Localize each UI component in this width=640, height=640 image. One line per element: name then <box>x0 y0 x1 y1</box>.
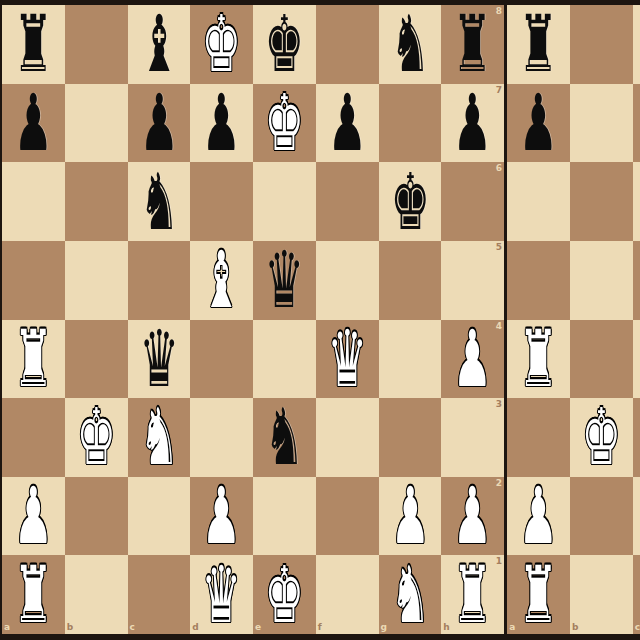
square-g3 <box>379 398 442 477</box>
square-a1: ♜a <box>507 555 570 634</box>
file-label-a: a <box>509 623 515 632</box>
square-e7: ♚ <box>253 84 316 163</box>
square-d2: ♟ <box>190 477 253 556</box>
piece-white-queen: ♛ <box>202 551 242 638</box>
file-label-h: h <box>443 623 449 632</box>
file-label-e: e <box>255 623 261 632</box>
square-a2: ♟ <box>2 477 65 556</box>
file-label-b: b <box>572 623 578 632</box>
square-c7: ♟ <box>633 84 640 163</box>
file-label-b: b <box>67 623 73 632</box>
square-a6 <box>507 162 570 241</box>
piece-black-king: ♚ <box>390 158 430 245</box>
piece-black-pawn: ♟ <box>139 79 179 166</box>
piece-black-queen: ♛ <box>139 315 179 402</box>
piece-white-pawn: ♟ <box>202 472 242 559</box>
square-b5 <box>570 241 633 320</box>
rank-label-8: 8 <box>496 7 502 16</box>
piece-black-knight: ♞ <box>265 394 305 481</box>
piece-white-rook: ♜ <box>14 551 54 638</box>
square-c8: ♝ <box>633 5 640 84</box>
rank-label-4: 4 <box>496 322 502 331</box>
square-c1: c <box>633 555 640 634</box>
square-a6 <box>2 162 65 241</box>
piece-white-pawn: ♟ <box>519 472 559 559</box>
rank-label-1: 1 <box>496 557 502 566</box>
square-e4 <box>253 320 316 399</box>
piece-black-rook: ♜ <box>453 0 493 87</box>
file-label-a: a <box>4 623 10 632</box>
square-f6 <box>316 162 379 241</box>
square-c2 <box>128 477 191 556</box>
piece-black-pawn: ♟ <box>327 79 367 166</box>
square-e6 <box>253 162 316 241</box>
piece-white-king: ♚ <box>76 394 116 481</box>
square-h6: 6 <box>441 162 504 241</box>
square-c7: ♟ <box>128 84 191 163</box>
square-b7 <box>65 84 128 163</box>
square-a5 <box>2 241 65 320</box>
piece-white-knight: ♞ <box>139 394 179 481</box>
piece-black-knight: ♞ <box>139 158 179 245</box>
square-g8: ♞ <box>379 5 442 84</box>
square-b8 <box>65 5 128 84</box>
square-e1: ♚e <box>253 555 316 634</box>
square-c2 <box>633 477 640 556</box>
board-comparison: ♜♝♚♚♞♜8♟♟♟♚♟♟7♞♚6♝♛5♜♛♛♟4♚♞♞3♟♟♟♟2♜abc♛d… <box>0 0 640 640</box>
square-f4: ♛ <box>316 320 379 399</box>
piece-black-queen: ♛ <box>265 236 305 323</box>
piece-white-pawn: ♟ <box>390 472 430 559</box>
square-c8: ♝ <box>128 5 191 84</box>
rank-label-3: 3 <box>496 400 502 409</box>
piece-white-rook: ♜ <box>453 551 493 638</box>
square-a7: ♟ <box>2 84 65 163</box>
square-c5 <box>128 241 191 320</box>
square-a3 <box>2 398 65 477</box>
square-f7: ♟ <box>316 84 379 163</box>
file-label-d: d <box>192 623 198 632</box>
square-d6 <box>190 162 253 241</box>
piece-white-king: ♚ <box>582 394 622 481</box>
square-d3 <box>190 398 253 477</box>
piece-black-pawn: ♟ <box>453 79 493 166</box>
square-b3: ♚ <box>65 398 128 477</box>
piece-black-rook: ♜ <box>14 0 54 87</box>
square-b1: b <box>65 555 128 634</box>
square-e3: ♞ <box>253 398 316 477</box>
square-b4 <box>65 320 128 399</box>
square-h4: ♟4 <box>441 320 504 399</box>
square-b8 <box>570 5 633 84</box>
square-b5 <box>65 241 128 320</box>
square-d7: ♟ <box>190 84 253 163</box>
square-c3: ♞ <box>128 398 191 477</box>
square-b7 <box>570 84 633 163</box>
piece-black-knight: ♞ <box>390 0 430 87</box>
square-a2: ♟ <box>507 477 570 556</box>
rank-label-7: 7 <box>496 86 502 95</box>
piece-white-pawn: ♟ <box>453 315 493 402</box>
square-g5 <box>379 241 442 320</box>
square-c6: ♞ <box>128 162 191 241</box>
square-g6: ♚ <box>379 162 442 241</box>
square-d4 <box>190 320 253 399</box>
square-e8: ♚ <box>253 5 316 84</box>
piece-black-pawn: ♟ <box>519 79 559 166</box>
square-d5: ♝ <box>190 241 253 320</box>
square-h2: ♟2 <box>441 477 504 556</box>
square-a5 <box>507 241 570 320</box>
square-e2 <box>253 477 316 556</box>
square-f5 <box>316 241 379 320</box>
rank-label-2: 2 <box>496 479 502 488</box>
square-c4: ♛ <box>128 320 191 399</box>
piece-white-rook: ♜ <box>519 315 559 402</box>
square-h3: 3 <box>441 398 504 477</box>
piece-white-pawn: ♟ <box>14 472 54 559</box>
square-b4 <box>570 320 633 399</box>
square-g4 <box>379 320 442 399</box>
file-label-f: f <box>318 623 322 632</box>
piece-white-pawn: ♟ <box>453 472 493 559</box>
square-g2: ♟ <box>379 477 442 556</box>
square-a8: ♜ <box>2 5 65 84</box>
square-c1: c <box>128 555 191 634</box>
piece-black-bishop: ♝ <box>139 0 179 87</box>
square-h1: ♜1h <box>441 555 504 634</box>
piece-black-pawn: ♟ <box>202 79 242 166</box>
file-label-c: c <box>635 623 640 632</box>
rank-label-6: 6 <box>496 164 502 173</box>
file-label-g: g <box>381 623 387 632</box>
square-a8: ♜ <box>507 5 570 84</box>
square-b6 <box>65 162 128 241</box>
square-d8: ♚ <box>190 5 253 84</box>
square-d1: ♛d <box>190 555 253 634</box>
piece-white-king: ♚ <box>265 79 305 166</box>
chess-board-left: ♜♝♚♚♞♜8♟♟♟♚♟♟7♞♚6♝♛5♜♛♛♟4♚♞♞3♟♟♟♟2♜abc♛d… <box>2 5 504 634</box>
square-c6: ♞ <box>633 162 640 241</box>
square-f2 <box>316 477 379 556</box>
piece-white-king: ♚ <box>265 551 305 638</box>
square-b6 <box>570 162 633 241</box>
square-h8: ♜8 <box>441 5 504 84</box>
square-f3 <box>316 398 379 477</box>
square-e5: ♛ <box>253 241 316 320</box>
rank-label-5: 5 <box>496 243 502 252</box>
square-g1: ♞g <box>379 555 442 634</box>
square-a3 <box>507 398 570 477</box>
piece-black-rook: ♜ <box>519 0 559 87</box>
square-b2 <box>65 477 128 556</box>
square-h7: ♟7 <box>441 84 504 163</box>
square-b3: ♚ <box>570 398 633 477</box>
chess-board-right: ♜♝♚♚♞♜8♟♟♟♚♟♟7♞♚6♝♛5♜♛♛♟4♚♞♞3♟♟♟♟2♜abc♞d… <box>507 5 640 634</box>
square-f1: f <box>316 555 379 634</box>
piece-black-pawn: ♟ <box>14 79 54 166</box>
square-a7: ♟ <box>507 84 570 163</box>
piece-white-king: ♚ <box>202 0 242 87</box>
square-f8 <box>316 5 379 84</box>
piece-white-rook: ♜ <box>14 315 54 402</box>
square-b2 <box>570 477 633 556</box>
piece-white-rook: ♜ <box>519 551 559 638</box>
square-h5: 5 <box>441 241 504 320</box>
square-c5 <box>633 241 640 320</box>
piece-white-knight: ♞ <box>390 551 430 638</box>
piece-black-king: ♚ <box>265 0 305 87</box>
square-c4: ♛ <box>633 320 640 399</box>
square-g7 <box>379 84 442 163</box>
square-a1: ♜a <box>2 555 65 634</box>
square-a4: ♜ <box>507 320 570 399</box>
piece-white-queen: ♛ <box>327 315 367 402</box>
file-label-c: c <box>130 623 135 632</box>
square-b1: b <box>570 555 633 634</box>
square-a4: ♜ <box>2 320 65 399</box>
square-c3: ♞ <box>633 398 640 477</box>
piece-white-bishop: ♝ <box>202 236 242 323</box>
